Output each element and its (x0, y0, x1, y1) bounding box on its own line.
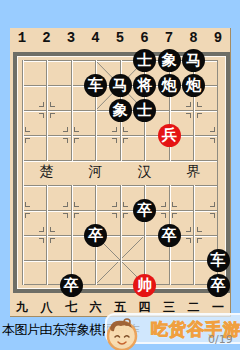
piece-black-炮[interactable]: 炮 (182, 74, 205, 97)
piece-red-兵[interactable]: 兵 (158, 124, 181, 147)
pieces-layer: 士象马车马将炮炮象士兵卒卒卒车卒帅卒 (10, 28, 231, 317)
piece-black-象[interactable]: 象 (109, 99, 132, 122)
watermark-face-icon (103, 316, 141, 350)
piece-black-士[interactable]: 士 (133, 49, 156, 72)
piece-black-车[interactable]: 车 (207, 249, 230, 272)
piece-black-马[interactable]: 马 (109, 74, 132, 97)
piece-black-卒[interactable]: 卒 (207, 274, 230, 297)
piece-black-车[interactable]: 车 (84, 74, 107, 97)
piece-black-卒[interactable]: 卒 (60, 274, 83, 297)
move-counter: 0/19 (208, 333, 233, 346)
piece-black-卒[interactable]: 卒 (133, 199, 156, 222)
piece-black-炮[interactable]: 炮 (158, 74, 181, 97)
piece-black-士[interactable]: 士 (133, 99, 156, 122)
piece-black-象[interactable]: 象 (158, 49, 181, 72)
piece-black-马[interactable]: 马 (182, 49, 205, 72)
xiangqi-board: 123456789 楚河汉界 九八七六五四三二一 士象马车马将炮炮象士兵卒卒卒车… (10, 28, 231, 317)
piece-red-帅[interactable]: 帅 (133, 274, 156, 297)
piece-black-将[interactable]: 将 (133, 74, 156, 97)
xiangqi-puzzle-app: { "game": "xiangqi", "app": { "caption":… (0, 0, 240, 350)
watermark: 吃货谷手游 0/19 (105, 313, 240, 344)
piece-black-卒[interactable]: 卒 (84, 224, 107, 247)
piece-black-卒[interactable]: 卒 (158, 224, 181, 247)
